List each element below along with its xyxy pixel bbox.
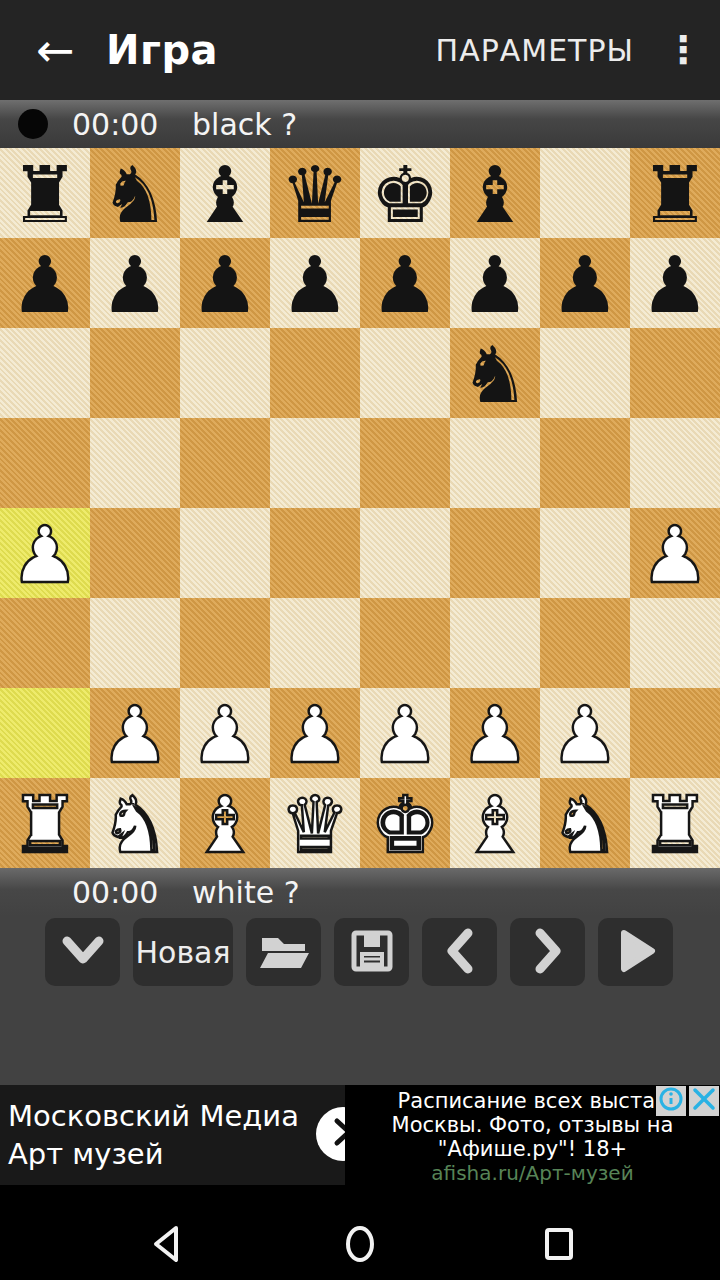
play-button[interactable] (598, 918, 673, 986)
square-e6[interactable] (360, 328, 450, 418)
black-player-name: black ? (192, 107, 297, 142)
black-pawn: ♟ (90, 238, 180, 328)
ad-badges (656, 1086, 719, 1116)
square-e7[interactable]: ♟ (360, 238, 450, 328)
nav-recents-icon[interactable] (542, 1224, 576, 1268)
square-f3[interactable] (450, 598, 540, 688)
overflow-menu-icon[interactable]: ⋮ (664, 33, 698, 67)
chevron-down-icon (57, 931, 109, 974)
white-queen: ♛ (270, 778, 360, 868)
ad-close-button[interactable] (689, 1086, 719, 1116)
square-h7[interactable]: ♟ (630, 238, 720, 328)
square-f5[interactable] (450, 418, 540, 508)
square-g2[interactable]: ♟ (540, 688, 630, 778)
white-bishop: ♝ (450, 778, 540, 868)
white-pawn: ♟ (630, 508, 720, 598)
white-pawn: ♟ (90, 688, 180, 778)
square-e4[interactable] (360, 508, 450, 598)
white-king: ♚ (360, 778, 450, 868)
square-h2[interactable] (630, 688, 720, 778)
square-f8[interactable]: ♝ (450, 148, 540, 238)
chevron-right-icon (528, 925, 568, 980)
black-turn-indicator (18, 109, 48, 139)
square-e3[interactable] (360, 598, 450, 688)
chess-board: ♜♞♝♛♚♝♜♟♟♟♟♟♟♟♟♞♟♟♟♟♟♟♟♟♜♞♝♛♚♝♞♜ (0, 148, 720, 868)
white-player-name: white ? (192, 875, 300, 910)
white-pawn: ♟ (450, 688, 540, 778)
square-h6[interactable] (630, 328, 720, 418)
square-g4[interactable] (540, 508, 630, 598)
phone-screen: ← Игра ПАРАМЕТРЫ ⋮ 00:00 black ? ♜♞♝♛♚♝♜… (0, 0, 720, 1280)
square-d1[interactable]: ♛ (270, 778, 360, 868)
nav-back-icon[interactable] (148, 1224, 182, 1268)
black-pawn: ♟ (0, 238, 90, 328)
black-rook: ♜ (630, 148, 720, 238)
black-knight: ♞ (450, 328, 540, 418)
square-d4[interactable] (270, 508, 360, 598)
app-bar: ← Игра ПАРАМЕТРЫ ⋮ (0, 0, 720, 100)
bottom-gap (0, 1185, 720, 1208)
black-pawn: ♟ (450, 238, 540, 328)
white-player-row: 00:00 white ? (0, 868, 720, 916)
black-clock: 00:00 (72, 107, 160, 142)
square-c6[interactable] (180, 328, 270, 418)
square-d6[interactable] (270, 328, 360, 418)
black-king: ♚ (360, 148, 450, 238)
black-bishop: ♝ (180, 148, 270, 238)
parameters-button[interactable]: ПАРАМЕТРЫ (436, 33, 634, 68)
square-a7[interactable]: ♟ (0, 238, 90, 328)
square-e1[interactable]: ♚ (360, 778, 450, 868)
collapse-button[interactable] (45, 918, 120, 986)
black-pawn: ♟ (180, 238, 270, 328)
black-bishop: ♝ (450, 148, 540, 238)
square-d8[interactable]: ♛ (270, 148, 360, 238)
white-pawn: ♟ (270, 688, 360, 778)
ad-left-line2: Арт музей (8, 1135, 345, 1173)
white-rook: ♜ (630, 778, 720, 868)
black-pawn: ♟ (270, 238, 360, 328)
square-e2[interactable]: ♟ (360, 688, 450, 778)
square-b7[interactable]: ♟ (90, 238, 180, 328)
open-folder-icon (257, 929, 311, 976)
lower-spacer (0, 988, 720, 1085)
black-knight: ♞ (90, 148, 180, 238)
square-c3[interactable] (180, 598, 270, 688)
square-f2[interactable]: ♟ (450, 688, 540, 778)
square-h5[interactable] (630, 418, 720, 508)
white-pawn: ♟ (540, 688, 630, 778)
square-g3[interactable] (540, 598, 630, 688)
black-queen: ♛ (270, 148, 360, 238)
square-a6[interactable] (0, 328, 90, 418)
square-b3[interactable] (90, 598, 180, 688)
ad-info-button[interactable] (656, 1086, 686, 1116)
square-a4[interactable]: ♟ (0, 508, 90, 598)
android-nav-bar (0, 1208, 720, 1280)
square-c8[interactable]: ♝ (180, 148, 270, 238)
white-rook: ♜ (0, 778, 90, 868)
white-pawn: ♟ (0, 508, 90, 598)
black-pawn: ♟ (630, 238, 720, 328)
prev-move-button[interactable] (422, 918, 497, 986)
square-b5[interactable] (90, 418, 180, 508)
black-rook: ♜ (0, 148, 90, 238)
square-c1[interactable]: ♝ (180, 778, 270, 868)
square-b1[interactable]: ♞ (90, 778, 180, 868)
square-a5[interactable] (0, 418, 90, 508)
square-c5[interactable] (180, 418, 270, 508)
next-move-button[interactable] (510, 918, 585, 986)
black-player-row: 00:00 black ? (0, 100, 720, 148)
square-g8[interactable] (540, 148, 630, 238)
save-icon (349, 928, 395, 977)
square-h4[interactable]: ♟ (630, 508, 720, 598)
white-clock: 00:00 (72, 875, 160, 910)
square-b4[interactable] (90, 508, 180, 598)
ad-close-icon (691, 1086, 717, 1116)
white-bishop: ♝ (180, 778, 270, 868)
square-d7[interactable]: ♟ (270, 238, 360, 328)
square-f6[interactable]: ♞ (450, 328, 540, 418)
ad-link[interactable]: afisha.ru/Арт-музей (345, 1161, 720, 1185)
square-c7[interactable]: ♟ (180, 238, 270, 328)
chevron-left-icon (440, 925, 480, 980)
square-d2[interactable]: ♟ (270, 688, 360, 778)
square-b6[interactable] (90, 328, 180, 418)
save-button[interactable] (334, 918, 409, 986)
game-toolbar: Новая (0, 916, 720, 988)
white-pawn: ♟ (180, 688, 270, 778)
ad-text-line3: "Афише.ру"! 18+ (345, 1137, 720, 1161)
black-pawn: ♟ (540, 238, 630, 328)
square-f1[interactable]: ♝ (450, 778, 540, 868)
white-pawn: ♟ (360, 688, 450, 778)
square-g6[interactable] (540, 328, 630, 418)
new-game-button[interactable]: Новая (133, 918, 233, 986)
square-f7[interactable]: ♟ (450, 238, 540, 328)
open-button[interactable] (246, 918, 321, 986)
square-g7[interactable]: ♟ (540, 238, 630, 328)
ad-text-line2: Москвы. Фото, отзывы на (345, 1113, 720, 1137)
square-d3[interactable] (270, 598, 360, 688)
white-knight: ♞ (90, 778, 180, 868)
nav-home-icon[interactable] (343, 1224, 377, 1268)
square-c2[interactable]: ♟ (180, 688, 270, 778)
white-knight: ♞ (540, 778, 630, 868)
black-pawn: ♟ (360, 238, 450, 328)
square-g1[interactable]: ♞ (540, 778, 630, 868)
square-a3[interactable] (0, 598, 90, 688)
square-g5[interactable] (540, 418, 630, 508)
square-h8[interactable]: ♜ (630, 148, 720, 238)
square-h3[interactable] (630, 598, 720, 688)
square-e5[interactable] (360, 418, 450, 508)
page-title: Игра (106, 27, 218, 73)
play-icon (614, 927, 658, 978)
square-b8[interactable]: ♞ (90, 148, 180, 238)
ad-left-panel[interactable]: Московский Медиа Арт музей (0, 1085, 345, 1185)
ad-info-icon (658, 1086, 684, 1116)
square-e8[interactable]: ♚ (360, 148, 450, 238)
square-b2[interactable]: ♟ (90, 688, 180, 778)
square-c4[interactable] (180, 508, 270, 598)
ad-banner[interactable]: Московский Медиа Арт музей Расписание вс… (0, 1085, 720, 1185)
square-a2[interactable] (0, 688, 90, 778)
square-d5[interactable] (270, 418, 360, 508)
ad-left-line1: Московский Медиа (8, 1097, 345, 1135)
back-arrow-icon[interactable]: ← (36, 23, 106, 77)
square-h1[interactable]: ♜ (630, 778, 720, 868)
square-a8[interactable]: ♜ (0, 148, 90, 238)
square-f4[interactable] (450, 508, 540, 598)
square-a1[interactable]: ♜ (0, 778, 90, 868)
